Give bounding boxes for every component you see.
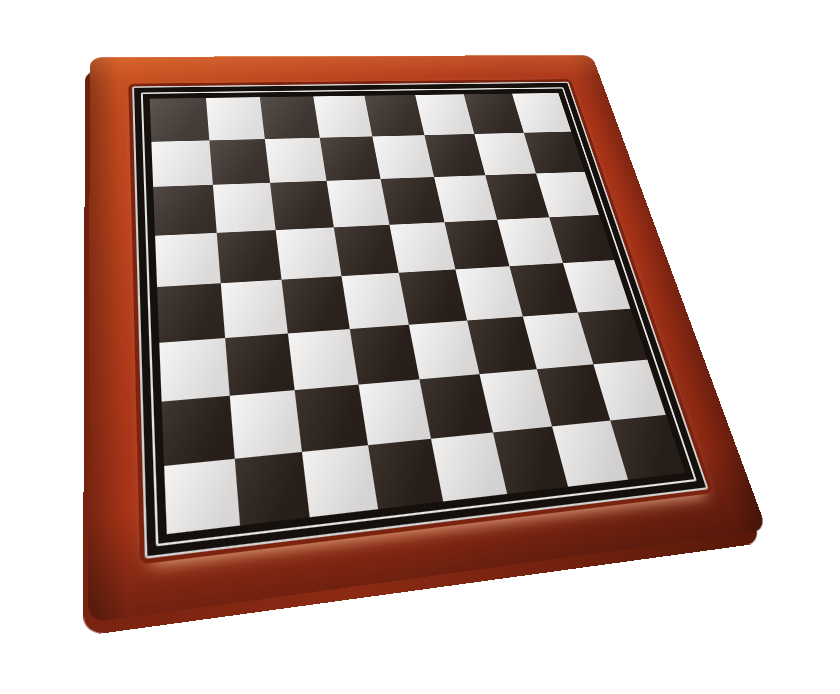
square-r4c3[interactable] [341,273,409,329]
square-r5c3[interactable] [349,324,419,384]
square-r7c2[interactable] [302,445,378,518]
square-r7c0[interactable] [164,458,239,534]
square-r5c1[interactable] [225,333,295,396]
square-r1c3[interactable] [319,136,380,181]
square-r7c3[interactable] [367,438,443,509]
square-r3c2[interactable] [276,227,341,280]
square-r0c1[interactable] [206,97,265,140]
square-r1c1[interactable] [209,139,270,185]
square-r2c0[interactable] [153,185,216,236]
square-r5c2[interactable] [288,329,358,391]
square-r5c0[interactable] [159,338,229,402]
square-r4c0[interactable] [157,283,224,342]
board-black-margin [132,82,708,559]
square-r2c3[interactable] [326,179,389,227]
square-r0c4[interactable] [364,95,423,136]
square-r0c3[interactable] [313,96,372,138]
square-r6c0[interactable] [162,396,235,466]
checkerboard [150,93,686,534]
product-photo-canvas [0,0,840,694]
square-r6c2[interactable] [295,385,368,452]
square-r2c1[interactable] [212,183,275,233]
square-r0c0[interactable] [150,98,209,142]
square-r4c1[interactable] [220,280,288,338]
square-r1c0[interactable] [151,140,212,187]
square-r2c2[interactable] [270,181,333,230]
square-r1c2[interactable] [265,137,326,182]
square-r3c0[interactable] [155,232,220,287]
square-r6c1[interactable] [229,390,302,458]
wooden-frame [88,55,767,623]
square-r3c1[interactable] [216,230,281,284]
square-r1c4[interactable] [372,135,433,179]
square-r0c2[interactable] [260,96,319,138]
square-r7c1[interactable] [234,451,310,525]
square-r6c3[interactable] [358,379,431,444]
square-r3c3[interactable] [333,224,398,276]
square-r4c2[interactable] [282,276,350,333]
